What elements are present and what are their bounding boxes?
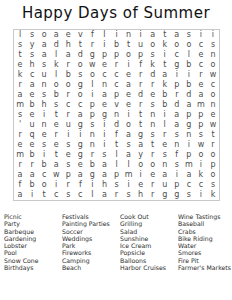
grid-cell-r17c10: s xyxy=(123,190,135,200)
grid-cell-r1c11: i xyxy=(135,30,147,40)
grid-cell-r11c13: r xyxy=(159,130,171,140)
grid-cell-r8c16: m xyxy=(195,100,207,110)
grid-cell-r16c8: h xyxy=(98,180,110,190)
grid-cell-r1c16: i xyxy=(195,30,207,40)
grid-cell-r16c2: b xyxy=(26,180,38,190)
grid-cell-r11c2: q xyxy=(26,130,38,140)
grid-cell-r13c3: i xyxy=(38,150,50,160)
grid-cell-r1c15: s xyxy=(183,30,195,40)
word-list-item: Soccer xyxy=(62,228,116,235)
grid-cell-r9c10: i xyxy=(123,110,135,120)
grid-cell-r6c15: b xyxy=(183,80,195,90)
grid-cell-r17c11: h xyxy=(135,190,147,200)
grid-cell-r5c9: c xyxy=(110,70,122,80)
grid-cell-r15c4: w xyxy=(50,170,62,180)
grid-cell-r8c11: r xyxy=(135,100,147,110)
grid-cell-r6c17: c xyxy=(207,80,219,90)
grid-cell-r2c15: o xyxy=(183,40,195,50)
grid-cell-r4c6: o xyxy=(74,60,86,70)
grid-cell-r13c13: s xyxy=(159,150,171,160)
grid-cell-r10c8: i xyxy=(98,120,110,130)
grid-cell-r14c17: p xyxy=(207,160,219,170)
grid-cell-r2c10: t xyxy=(123,40,135,50)
grid-cell-r3c8: p xyxy=(98,50,110,60)
grid-cell-r11c10: a xyxy=(123,130,135,140)
grid-cell-r14c6: e xyxy=(74,160,86,170)
grid-cell-r16c11: e xyxy=(135,180,147,190)
word-list-item: Snow Cone xyxy=(4,257,58,264)
grid-cell-r14c7: b xyxy=(86,160,98,170)
grid-cell-r16c10: i xyxy=(123,180,135,190)
grid-cell-r6c8: n xyxy=(98,80,110,90)
grid-cell-r8c9: v xyxy=(110,100,122,110)
grid-cell-r13c16: o xyxy=(195,150,207,160)
grid-cell-r2c11: u xyxy=(135,40,147,50)
grid-cell-r9c7: p xyxy=(86,110,98,120)
grid-cell-r5c12: d xyxy=(147,70,159,80)
grid-cell-r16c13: u xyxy=(159,180,171,190)
grid-cell-r6c9: c xyxy=(110,80,122,90)
grid-cell-r17c16: i xyxy=(195,190,207,200)
grid-cell-r8c13: b xyxy=(159,100,171,110)
word-search-page: Happy Days of Summer lsoaevfliniatasiisy… xyxy=(0,0,232,300)
word-list-item: Harbor Cruises xyxy=(120,264,174,271)
word-list-item: Park xyxy=(62,242,116,249)
grid-cell-r13c9: l xyxy=(110,150,122,160)
word-list-item: Salad xyxy=(120,228,174,235)
word-list-item: Picnic xyxy=(4,213,58,220)
grid-cell-r5c13: a xyxy=(159,70,171,80)
grid-cell-r4c9: r xyxy=(110,60,122,70)
grid-cell-r3c7: g xyxy=(86,50,98,60)
grid-cell-r12c5: s xyxy=(62,140,74,150)
grid-cell-r2c6: t xyxy=(74,40,86,50)
grid-cell-r7c13: b xyxy=(159,90,171,100)
grid-cell-r5c4: l xyxy=(50,70,62,80)
grid-cell-r11c17: t xyxy=(207,130,219,140)
grid-cell-r13c11: y xyxy=(135,150,147,160)
grid-cell-r17c13: g xyxy=(159,190,171,200)
grid-cell-r13c10: a xyxy=(123,150,135,160)
word-list-item: Popsicle xyxy=(120,249,174,256)
grid-cell-r11c4: r xyxy=(50,130,62,140)
grid-cell-r3c5: a xyxy=(62,50,74,60)
grid-cell-r3c15: l xyxy=(183,50,195,60)
grid-cell-r16c16: c xyxy=(195,180,207,190)
grid-cell-r5c15: i xyxy=(183,70,195,80)
word-list-item: Bike Riding xyxy=(178,235,232,242)
grid-cell-r3c16: e xyxy=(195,50,207,60)
grid-cell-r2c5: h xyxy=(62,40,74,50)
grid-cell-r2c12: o xyxy=(147,40,159,50)
grid-cell-r9c6: a xyxy=(74,110,86,120)
grid-cell-r1c10: n xyxy=(123,30,135,40)
grid-cell-r3c13: i xyxy=(159,50,171,60)
word-list-item: Fire Pit xyxy=(178,257,232,264)
grid-cell-r13c7: r xyxy=(86,150,98,160)
grid-cell-r7c4: b xyxy=(50,90,62,100)
grid-cell-r12c6: g xyxy=(74,140,86,150)
grid-cell-r1c13: t xyxy=(159,30,171,40)
grid-cell-r4c11: f xyxy=(135,60,147,70)
grid-cell-r11c15: n xyxy=(183,130,195,140)
grid-cell-r5c17: w xyxy=(207,70,219,80)
grid-cell-r9c17: e xyxy=(207,110,219,120)
grid-cell-r13c14: f xyxy=(171,150,183,160)
word-list-item: Lobster xyxy=(4,242,58,249)
word-list-item: Beach xyxy=(62,264,116,271)
grid-cell-r5c11: r xyxy=(135,70,147,80)
grid-cell-r2c7: r xyxy=(86,40,98,50)
grid-cell-r17c15: s xyxy=(183,190,195,200)
grid-cell-r4c13: t xyxy=(159,60,171,70)
grid-cell-r8c6: c xyxy=(74,100,86,110)
grid-cell-r10c5: u xyxy=(62,120,74,130)
grid-cell-r9c9: n xyxy=(110,110,122,120)
grid-cell-r6c5: o xyxy=(62,80,74,90)
word-list-item: Weddings xyxy=(62,235,116,242)
grid-cell-r14c1: r xyxy=(14,160,26,170)
word-list-item: Ice Cream xyxy=(120,242,174,249)
grid-cell-r8c1: m xyxy=(14,100,26,110)
grid-cell-r14c10: l xyxy=(123,160,135,170)
grid-cell-r12c7: n xyxy=(86,140,98,150)
grid-cell-r1c4: a xyxy=(50,30,62,40)
grid-cell-r13c5: e xyxy=(62,150,74,160)
grid-cell-r1c5: e xyxy=(62,30,74,40)
grid-cell-r9c15: p xyxy=(183,110,195,120)
grid-cell-r16c9: s xyxy=(110,180,122,190)
grid-cell-r10c12: n xyxy=(147,120,159,130)
grid-cell-r9c3: i xyxy=(38,110,50,120)
grid-cell-r2c4: d xyxy=(50,40,62,50)
grid-cell-r12c10: s xyxy=(123,140,135,150)
grid-cell-r5c1: k xyxy=(14,70,26,80)
grid-cell-r1c1: l xyxy=(14,30,26,40)
grid-cell-r8c3: h xyxy=(38,100,50,110)
grid-cell-r11c11: g xyxy=(135,130,147,140)
grid-cell-r13c15: p xyxy=(183,150,195,160)
grid-cell-r15c12: e xyxy=(147,170,159,180)
grid-cell-r9c4: t xyxy=(50,110,62,120)
grid-cell-r15c11: i xyxy=(135,170,147,180)
grid-cell-r9c5: r xyxy=(62,110,74,120)
word-list-column: Cook OutGrillingSaladSunshineIce CreamPo… xyxy=(116,213,174,271)
grid-cell-r15c10: m xyxy=(123,170,135,180)
grid-cell-r10c11: t xyxy=(135,120,147,130)
grid-cell-r14c14: s xyxy=(171,160,183,170)
grid-cell-r7c3: s xyxy=(38,90,50,100)
grid-cell-r11c12: s xyxy=(147,130,159,140)
grid-cell-r9c13: i xyxy=(159,110,171,120)
grid-cell-r12c4: e xyxy=(50,140,62,150)
grid-cell-r4c7: w xyxy=(86,60,98,70)
word-list-item: Festivals xyxy=(62,213,116,220)
grid-cell-r14c3: b xyxy=(38,160,50,170)
grid-cell-r7c5: r xyxy=(62,90,74,100)
grid-cell-r1c17: i xyxy=(207,30,219,40)
grid-cell-r12c9: t xyxy=(110,140,122,150)
grid-cell-r17c4: c xyxy=(50,190,62,200)
grid-cell-r10c2: u xyxy=(26,120,38,130)
grid-cell-r16c17: s xyxy=(207,180,219,190)
grid-cell-r6c7: l xyxy=(86,80,98,90)
grid-cell-r13c17: o xyxy=(207,150,219,160)
grid-cell-r15c3: c xyxy=(38,170,50,180)
grid-cell-r12c16: w xyxy=(195,140,207,150)
grid-cell-r2c3: a xyxy=(38,40,50,50)
grid-cell-r7c8: a xyxy=(98,90,110,100)
grid-cell-r15c14: i xyxy=(171,170,183,180)
grid-cell-r13c8: s xyxy=(98,150,110,160)
grid-cell-r5c2: c xyxy=(26,70,38,80)
grid-cell-r1c12: a xyxy=(147,30,159,40)
grid-cell-r1c3: o xyxy=(38,30,50,40)
grid-cell-r4c8: e xyxy=(98,60,110,70)
grid-cell-r10c14: a xyxy=(171,120,183,130)
grid-cell-r13c1: m xyxy=(14,150,26,160)
grid-cell-r6c12: r xyxy=(147,80,159,90)
grid-cell-r7c9: p xyxy=(110,90,122,100)
grid-cell-r6c1: r xyxy=(14,80,26,90)
grid-cell-r7c6: o xyxy=(74,90,86,100)
grid-cell-r7c17: o xyxy=(207,90,219,100)
word-list-item: Birthdays xyxy=(4,264,58,271)
grid-cell-r17c9: r xyxy=(110,190,122,200)
grid-cell-r11c5: i xyxy=(62,130,74,140)
grid-cell-r4c14: g xyxy=(171,60,183,70)
grid-cell-r10c7: s xyxy=(86,120,98,130)
grid-cell-r4c5: r xyxy=(62,60,74,70)
grid-cell-r3c2: s xyxy=(26,50,38,60)
grid-cell-r6c2: a xyxy=(26,80,38,90)
grid-cell-r10c9: d xyxy=(110,120,122,130)
puzzle-title: Happy Days of Summer xyxy=(0,4,232,22)
grid-cell-r11c6: i xyxy=(74,130,86,140)
grid-cell-r8c5: c xyxy=(62,100,74,110)
grid-cell-r8c2: b xyxy=(26,100,38,110)
grid-cell-r13c4: t xyxy=(50,150,62,160)
grid-cell-r5c5: b xyxy=(62,70,74,80)
grid-cell-r8c15: a xyxy=(183,100,195,110)
grid-cell-r8c4: s xyxy=(50,100,62,110)
grid-cell-r9c16: p xyxy=(195,110,207,120)
grid-cell-r4c3: s xyxy=(38,60,50,70)
word-search-grid: lsoaevfliniatasiisyadhtribtuokoocstsalad… xyxy=(13,29,220,201)
word-list: PicnicPartyBarbequeGardeningLobsterPoolS… xyxy=(0,213,232,271)
word-list-item: Camping xyxy=(62,257,116,264)
word-list-item: Baseball xyxy=(178,220,232,227)
grid-cell-r6c13: k xyxy=(159,80,171,90)
word-list-item: Grilling xyxy=(120,220,174,227)
grid-cell-r9c11: t xyxy=(135,110,147,120)
grid-cell-r11c7: n xyxy=(86,130,98,140)
grid-cell-r14c16: i xyxy=(195,160,207,170)
grid-cell-r12c8: i xyxy=(98,140,110,150)
grid-cell-r8c8: e xyxy=(98,100,110,110)
grid-cell-r2c17: s xyxy=(207,40,219,50)
word-list-item: Farmer's Markets xyxy=(178,264,232,271)
grid-cell-r1c8: l xyxy=(98,30,110,40)
grid-cell-r15c1: a xyxy=(14,170,26,180)
grid-cell-r7c14: r xyxy=(171,90,183,100)
grid-cell-r17c8: a xyxy=(98,190,110,200)
grid-cell-r15c17: o xyxy=(207,170,219,180)
grid-cell-r6c6: g xyxy=(74,80,86,90)
grid-cell-r7c10: e xyxy=(123,90,135,100)
word-list-item: Gardening xyxy=(4,235,58,242)
grid-cell-r3c9: p xyxy=(110,50,122,60)
grid-cell-r3c6: d xyxy=(74,50,86,60)
grid-cell-r4c16: c xyxy=(195,60,207,70)
grid-cell-r7c2: e xyxy=(26,90,38,100)
grid-cell-r9c8: g xyxy=(98,110,110,120)
word-list-item: Fireworks xyxy=(62,249,116,256)
grid-cell-r8c17: n xyxy=(207,100,219,110)
word-list-item: Crabs xyxy=(178,228,232,235)
grid-cell-r3c17: n xyxy=(207,50,219,60)
word-list-item: Water xyxy=(178,242,232,249)
grid-cell-r2c8: i xyxy=(98,40,110,50)
grid-cell-r15c15: a xyxy=(183,170,195,180)
grid-cell-r15c8: a xyxy=(98,170,110,180)
grid-cell-r15c9: p xyxy=(110,170,122,180)
grid-cell-r6c4: o xyxy=(50,80,62,90)
grid-cell-r10c6: g xyxy=(74,120,86,130)
grid-cell-r10c1: ' xyxy=(14,120,26,130)
grid-cell-r17c3: t xyxy=(38,190,50,200)
grid-cell-r4c10: i xyxy=(123,60,135,70)
grid-cell-r14c11: o xyxy=(135,160,147,170)
grid-cell-r4c12: k xyxy=(147,60,159,70)
grid-cell-r11c8: i xyxy=(98,130,110,140)
grid-cell-r12c3: s xyxy=(38,140,50,150)
grid-cell-r3c4: l xyxy=(50,50,62,60)
grid-cell-r10c13: l xyxy=(159,120,171,130)
grid-cell-r7c16: a xyxy=(195,90,207,100)
grid-cell-r12c2: e xyxy=(26,140,38,150)
grid-cell-r14c13: n xyxy=(159,160,171,170)
grid-cell-r12c17: r xyxy=(207,140,219,150)
grid-cell-r15c5: p xyxy=(62,170,74,180)
grid-cell-r13c2: b xyxy=(26,150,38,160)
grid-cell-r1c9: i xyxy=(110,30,122,40)
grid-cell-r5c6: s xyxy=(74,70,86,80)
grid-cell-r7c12: e xyxy=(147,90,159,100)
grid-cell-r8c7: p xyxy=(86,100,98,110)
grid-cell-r14c9: l xyxy=(110,160,122,170)
grid-cell-r3c14: c xyxy=(171,50,183,60)
grid-cell-r16c4: i xyxy=(50,180,62,190)
grid-cell-r15c2: a xyxy=(26,170,38,180)
grid-cell-r10c17: w xyxy=(207,120,219,130)
word-list-item: Party xyxy=(4,220,58,227)
grid-cell-r17c12: r xyxy=(147,190,159,200)
grid-cell-r16c6: f xyxy=(74,180,86,190)
word-list-item: Balloons xyxy=(120,257,174,264)
grid-cell-r4c4: k xyxy=(50,60,62,70)
grid-cell-r5c3: u xyxy=(38,70,50,80)
word-list-column: FestivalsPainting PartiesSoccerWeddingsP… xyxy=(58,213,116,271)
grid-cell-r3c3: a xyxy=(38,50,50,60)
grid-cell-r9c14: a xyxy=(171,110,183,120)
grid-cell-r14c12: o xyxy=(147,160,159,170)
grid-cell-r10c10: o xyxy=(123,120,135,130)
grid-cell-r8c10: e xyxy=(123,100,135,110)
grid-cell-r4c2: h xyxy=(26,60,38,70)
word-list-item: Smores xyxy=(178,249,232,256)
grid-cell-r15c16: k xyxy=(195,170,207,180)
grid-cell-r10c3: n xyxy=(38,120,50,130)
grid-cell-r5c10: e xyxy=(123,70,135,80)
grid-cell-r14c15: m xyxy=(183,160,195,170)
grid-cell-r4c17: o xyxy=(207,60,219,70)
grid-cell-r1c14: a xyxy=(171,30,183,40)
grid-cell-r1c7: f xyxy=(86,30,98,40)
grid-cell-r2c2: y xyxy=(26,40,38,50)
grid-cell-r7c15: d xyxy=(183,90,195,100)
grid-cell-r4c1: e xyxy=(14,60,26,70)
grid-cell-r6c16: e xyxy=(195,80,207,90)
grid-cell-r17c6: c xyxy=(74,190,86,200)
grid-cell-r6c10: a xyxy=(123,80,135,90)
grid-cell-r10c15: g xyxy=(183,120,195,130)
grid-cell-r2c9: b xyxy=(110,40,122,50)
grid-cell-r4c15: b xyxy=(183,60,195,70)
grid-cell-r3c12: s xyxy=(147,50,159,60)
grid-cell-r9c1: s xyxy=(14,110,26,120)
grid-cell-r7c1: a xyxy=(14,90,26,100)
grid-cell-r11c3: e xyxy=(38,130,50,140)
grid-cell-r14c8: a xyxy=(98,160,110,170)
grid-cell-r16c1: f xyxy=(14,180,26,190)
grid-cell-r12c13: e xyxy=(159,140,171,150)
grid-cell-r12c11: a xyxy=(135,140,147,150)
grid-cell-r14c5: s xyxy=(62,160,74,170)
grid-cell-r1c6: v xyxy=(74,30,86,40)
grid-cell-r14c4: a xyxy=(50,160,62,170)
grid-cell-r15c7: g xyxy=(86,170,98,180)
grid-cell-r12c15: i xyxy=(183,140,195,150)
grid-cell-r3c1: t xyxy=(14,50,26,60)
grid-cell-r10c16: p xyxy=(195,120,207,130)
grid-cell-r16c7: i xyxy=(86,180,98,190)
word-list-item: Painting Parties xyxy=(62,220,116,227)
grid-cell-r11c9: f xyxy=(110,130,122,140)
grid-cell-r5c7: o xyxy=(86,70,98,80)
grid-cell-r11c14: s xyxy=(171,130,183,140)
grid-cell-r17c2: i xyxy=(26,190,38,200)
grid-cell-r16c12: r xyxy=(147,180,159,190)
grid-cell-r9c12: n xyxy=(147,110,159,120)
grid-cell-r2c16: c xyxy=(195,40,207,50)
grid-cell-r6c14: p xyxy=(171,80,183,90)
grid-cell-r13c12: r xyxy=(147,150,159,160)
grid-cell-r17c17: k xyxy=(207,190,219,200)
word-list-item: Barbeque xyxy=(4,228,58,235)
grid-cell-r3c11: p xyxy=(135,50,147,60)
grid-cell-r8c14: d xyxy=(171,100,183,110)
grid-cell-r16c15: c xyxy=(183,180,195,190)
grid-cell-r8c12: s xyxy=(147,100,159,110)
grid-cell-r3c10: o xyxy=(123,50,135,60)
grid-cell-r5c8: c xyxy=(98,70,110,80)
grid-cell-r17c7: l xyxy=(86,190,98,200)
grid-cell-r16c3: o xyxy=(38,180,50,190)
grid-cell-r2c13: k xyxy=(159,40,171,50)
grid-cell-r15c13: a xyxy=(159,170,171,180)
word-list-item: Cook Out xyxy=(120,213,174,220)
